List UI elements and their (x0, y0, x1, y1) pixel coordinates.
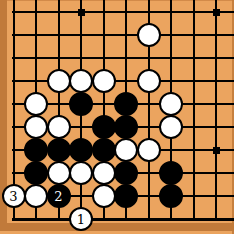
stone-white-c5[interactable] (47, 115, 71, 139)
stone-white-e2[interactable] (92, 184, 116, 208)
go-board-diagram: 321 (0, 0, 234, 234)
stone-white-f4[interactable] (114, 138, 138, 162)
stone-white-g4[interactable] (137, 138, 161, 162)
stone-white-d1[interactable]: 1 (69, 207, 93, 231)
stone-black-f2[interactable] (114, 184, 138, 208)
stone-white-d7[interactable] (69, 69, 93, 93)
stone-black-e4[interactable] (92, 138, 116, 162)
stone-white-d3[interactable] (69, 161, 93, 185)
stone-black-h3[interactable] (159, 161, 183, 185)
stone-white-e7[interactable] (92, 69, 116, 93)
stones-layer: 321 (0, 0, 234, 234)
stone-white-e3[interactable] (92, 161, 116, 185)
move-number-label: 2 (54, 190, 62, 203)
stone-white-b2[interactable] (24, 184, 48, 208)
stone-white-a2[interactable]: 3 (2, 184, 26, 208)
stone-white-h6[interactable] (159, 92, 183, 116)
stone-white-c7[interactable] (47, 69, 71, 93)
stone-white-g7[interactable] (137, 69, 161, 93)
stone-white-h5[interactable] (159, 115, 183, 139)
stone-black-e5[interactable] (92, 115, 116, 139)
stone-white-g9[interactable] (137, 23, 161, 47)
move-number-label: 3 (9, 190, 17, 203)
stone-black-b4[interactable] (24, 138, 48, 162)
stone-black-c2[interactable]: 2 (47, 184, 71, 208)
stone-black-f6[interactable] (114, 92, 138, 116)
stone-white-c3[interactable] (47, 161, 71, 185)
stone-black-d6[interactable] (69, 92, 93, 116)
stone-white-b6[interactable] (24, 92, 48, 116)
stone-black-b3[interactable] (24, 161, 48, 185)
stone-black-d4[interactable] (69, 138, 93, 162)
stone-white-b5[interactable] (24, 115, 48, 139)
move-number-label: 1 (77, 213, 85, 226)
stone-black-c4[interactable] (47, 138, 71, 162)
stone-black-f3[interactable] (114, 161, 138, 185)
stone-black-f5[interactable] (114, 115, 138, 139)
stone-black-h2[interactable] (159, 184, 183, 208)
